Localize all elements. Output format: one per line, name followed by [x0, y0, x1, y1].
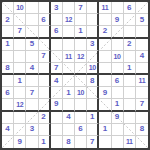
cell-r7c7[interactable] [75, 75, 87, 87]
cell-r9c3[interactable] [26, 99, 38, 111]
cell-r10c1[interactable] [2, 112, 14, 124]
cell-r1c12[interactable] [136, 2, 148, 14]
cell-r6c7[interactable] [75, 63, 87, 75]
cell-r12c8[interactable]: 7 [87, 136, 99, 148]
cell-r9c2[interactable]: 12 [14, 99, 26, 111]
cell-r11c10[interactable] [112, 124, 124, 136]
cell-r11c12[interactable]: 8 [136, 124, 148, 136]
cell-r10c5[interactable] [51, 112, 63, 124]
cell-r12c1[interactable] [2, 136, 14, 148]
cell-r6c10[interactable] [112, 63, 124, 75]
cell-r2c6[interactable]: 12 [63, 14, 75, 26]
cell-r7c11[interactable] [124, 75, 136, 87]
cell-r5c2[interactable] [14, 51, 26, 63]
cell-r6c4[interactable] [39, 63, 51, 75]
cell-r3c1[interactable] [2, 26, 14, 38]
cell-r9c7[interactable] [75, 99, 87, 111]
cell-r10c2[interactable] [14, 112, 26, 124]
cell-r1c2[interactable]: 10 [14, 2, 26, 14]
cell-r5c5[interactable] [51, 51, 63, 63]
cell-r2c1[interactable]: 2 [2, 14, 14, 26]
cell-r8c11[interactable] [124, 87, 136, 99]
cell-r7c1[interactable] [2, 75, 14, 87]
cell-r1c5[interactable]: 3 [51, 2, 63, 14]
cell-r2c3[interactable] [26, 14, 38, 26]
cell-r3c3[interactable] [26, 26, 38, 38]
cell-r12c11[interactable]: 11 [124, 136, 136, 148]
cell-r9c6[interactable] [63, 99, 75, 111]
cell-r11c3[interactable]: 3 [26, 124, 38, 136]
cell-r10c3[interactable] [26, 112, 38, 124]
cell-r3c9[interactable]: 2 [99, 26, 111, 38]
cell-r2c11[interactable] [124, 14, 136, 26]
cell-r1c3[interactable] [26, 2, 38, 14]
cell-r5c9[interactable] [99, 51, 111, 63]
cell-r6c3[interactable]: 4 [26, 63, 38, 75]
cell-r12c7[interactable] [75, 136, 87, 148]
cell-r8c1[interactable]: 6 [2, 87, 14, 99]
cell-r1c6[interactable] [63, 2, 75, 14]
cell-r10c12[interactable] [136, 112, 148, 124]
cell-r10c6[interactable]: 4 [63, 112, 75, 124]
cell-r8c9[interactable]: 9 [99, 87, 111, 99]
cell-r12c2[interactable]: 9 [14, 136, 26, 148]
cell-r4c4[interactable] [39, 39, 51, 51]
cell-r1c9[interactable]: 11 [99, 2, 111, 14]
cell-r8c6[interactable]: 1 [63, 87, 75, 99]
cell-r5c1[interactable] [2, 51, 14, 63]
cell-r5c3[interactable] [26, 51, 38, 63]
cell-r1c4[interactable] [39, 2, 51, 14]
cell-r8c5[interactable] [51, 87, 63, 99]
cell-r3c5[interactable]: 6 [51, 26, 63, 38]
cell-r7c2[interactable]: 1 [14, 75, 26, 87]
cell-r6c9[interactable] [99, 63, 111, 75]
cell-r12c4[interactable]: 1 [39, 136, 51, 148]
cell-r11c4[interactable] [39, 124, 51, 136]
cell-r4c9[interactable] [99, 39, 111, 51]
cell-r10c9[interactable] [99, 112, 111, 124]
cell-r1c7[interactable]: 7 [75, 2, 87, 14]
cell-r9c10[interactable]: 1 [112, 99, 124, 111]
cell-r6c8[interactable]: 10 [87, 63, 99, 75]
cell-r3c7[interactable]: 1 [75, 26, 87, 38]
cell-r1c8[interactable] [87, 2, 99, 14]
cell-r9c9[interactable] [99, 99, 111, 111]
cell-r10c4[interactable]: 2 [39, 112, 51, 124]
cell-r9c11[interactable] [124, 99, 136, 111]
cell-r11c11[interactable] [124, 124, 136, 136]
cell-r4c10[interactable] [112, 39, 124, 51]
cell-r3c11[interactable] [124, 26, 136, 38]
cell-r6c5[interactable]: 7 [51, 63, 63, 75]
cell-r11c1[interactable]: 4 [2, 124, 14, 136]
cell-r5c10[interactable]: 10 [112, 51, 124, 63]
cell-r5c4[interactable]: 7 [39, 51, 51, 63]
cell-r8c2[interactable] [14, 87, 26, 99]
cell-r11c6[interactable] [63, 124, 75, 136]
sudoku-board: 1037116261295761215327111210484710114861… [0, 0, 150, 150]
cell-r4c5[interactable] [51, 39, 63, 51]
cell-r4c7[interactable] [75, 39, 87, 51]
cell-r11c8[interactable] [87, 124, 99, 136]
cell-r7c12[interactable]: 11 [136, 75, 148, 87]
cell-r10c11[interactable] [124, 112, 136, 124]
cell-r4c6[interactable] [63, 39, 75, 51]
cell-r1c10[interactable] [112, 2, 124, 14]
cell-r8c4[interactable] [39, 87, 51, 99]
cell-r7c3[interactable] [26, 75, 38, 87]
cell-r2c7[interactable] [75, 14, 87, 26]
cell-r5c7[interactable]: 12 [75, 51, 87, 63]
cell-r11c9[interactable]: 1 [99, 124, 111, 136]
cell-r8c12[interactable] [136, 87, 148, 99]
cell-r12c5[interactable] [51, 136, 63, 148]
cell-r1c1[interactable] [2, 2, 14, 14]
cell-r11c2[interactable] [14, 124, 26, 136]
cell-r7c9[interactable] [99, 75, 111, 87]
cell-r12c6[interactable]: 8 [63, 136, 75, 148]
cell-r11c7[interactable]: 6 [75, 124, 87, 136]
cell-r6c6[interactable] [63, 63, 75, 75]
cell-r8c10[interactable] [112, 87, 124, 99]
cell-r10c10[interactable]: 9 [112, 112, 124, 124]
cell-r3c12[interactable] [136, 26, 148, 38]
cell-r4c3[interactable]: 5 [26, 39, 38, 51]
cell-r9c5[interactable]: 9 [51, 99, 63, 111]
cell-r9c4[interactable] [39, 99, 51, 111]
cell-r6c1[interactable]: 8 [2, 63, 14, 75]
cell-r2c2[interactable] [14, 14, 26, 26]
cell-r2c4[interactable]: 6 [39, 14, 51, 26]
cell-r2c10[interactable]: 9 [112, 14, 124, 26]
cell-r5c12[interactable]: 4 [136, 51, 148, 63]
cell-r6c2[interactable] [14, 63, 26, 75]
cell-r4c8[interactable]: 3 [87, 39, 99, 51]
cell-r3c4[interactable] [39, 26, 51, 38]
cell-r6c11[interactable]: 1 [124, 63, 136, 75]
cell-r8c3[interactable]: 7 [26, 87, 38, 99]
cell-r4c2[interactable] [14, 39, 26, 51]
cell-r6c12[interactable] [136, 63, 148, 75]
cell-r7c5[interactable]: 4 [51, 75, 63, 87]
cell-r12c10[interactable] [112, 136, 124, 148]
cell-r4c11[interactable]: 2 [124, 39, 136, 51]
cell-r4c12[interactable] [136, 39, 148, 51]
cell-r3c10[interactable] [112, 26, 124, 38]
cell-r3c8[interactable] [87, 26, 99, 38]
cell-r12c12[interactable] [136, 136, 148, 148]
cell-r2c8[interactable] [87, 14, 99, 26]
cell-r9c1[interactable] [2, 99, 14, 111]
cell-r5c11[interactable] [124, 51, 136, 63]
cell-r7c10[interactable]: 6 [112, 75, 124, 87]
cell-r2c5[interactable] [51, 14, 63, 26]
cell-r11c5[interactable] [51, 124, 63, 136]
cell-r9c8[interactable] [87, 99, 99, 111]
cell-r8c7[interactable]: 10 [75, 87, 87, 99]
cell-r9c12[interactable]: 7 [136, 99, 148, 111]
cell-r3c6[interactable] [63, 26, 75, 38]
cell-r7c6[interactable] [63, 75, 75, 87]
cell-r5c6[interactable]: 11 [63, 51, 75, 63]
cell-r12c9[interactable] [99, 136, 111, 148]
cell-r4c1[interactable]: 1 [2, 39, 14, 51]
cell-r5c8[interactable] [87, 51, 99, 63]
cell-r10c7[interactable] [75, 112, 87, 124]
cell-r3c2[interactable]: 7 [14, 26, 26, 38]
sudoku-cells: 1037116261295761215327111210484710114861… [2, 2, 148, 148]
cell-r8c8[interactable] [87, 87, 99, 99]
cell-r2c9[interactable] [99, 14, 111, 26]
cell-r1c11[interactable]: 6 [124, 2, 136, 14]
cell-r2c12[interactable]: 5 [136, 14, 148, 26]
cell-r7c8[interactable]: 8 [87, 75, 99, 87]
cell-r7c4[interactable] [39, 75, 51, 87]
cell-r10c8[interactable]: 1 [87, 112, 99, 124]
cell-r12c3[interactable] [26, 136, 38, 148]
